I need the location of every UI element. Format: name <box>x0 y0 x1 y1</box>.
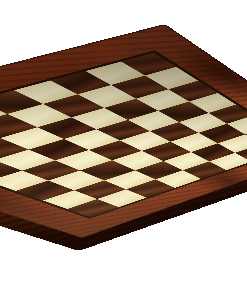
chessboard-product-photo <box>0 0 247 296</box>
chess-board <box>0 24 247 238</box>
